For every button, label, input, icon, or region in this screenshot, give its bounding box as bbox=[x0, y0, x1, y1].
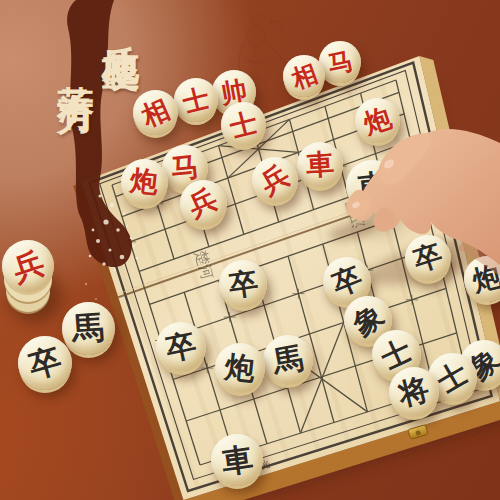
piece-character: 卒 bbox=[227, 268, 260, 301]
piece-character: 士 bbox=[180, 84, 212, 116]
piece-character: 将 bbox=[396, 374, 432, 410]
piece-character: 兵 bbox=[185, 185, 222, 222]
piece-character: 卒 bbox=[163, 329, 199, 365]
piece-black-将[interactable]: 将 bbox=[389, 367, 439, 417]
tagline-column-2: 落子有力 bbox=[51, 56, 101, 72]
piece-black-卒[interactable]: 卒 bbox=[18, 336, 72, 390]
piece-red-马[interactable]: 马 bbox=[319, 41, 361, 83]
piece-red-車[interactable]: 車 bbox=[297, 142, 343, 188]
piece-red-炮[interactable]: 炮 bbox=[355, 98, 400, 143]
piece-red-兵[interactable]: 兵 bbox=[180, 180, 227, 227]
piece-character: 炮 bbox=[129, 167, 160, 198]
piece-character: 马 bbox=[325, 47, 355, 77]
piece-black-卒[interactable]: 卒 bbox=[405, 235, 451, 281]
piece-black-馬[interactable]: 馬 bbox=[263, 335, 313, 385]
piece-character: 馬 bbox=[71, 311, 105, 345]
pieces-layer: 相士帅相马士炮马兵兵炮車車卒卒卒炮卒炮馬象士士将象車兵馬卒 bbox=[0, 0, 500, 500]
piece-black-炮[interactable]: 炮 bbox=[215, 343, 265, 393]
piece-red-炮[interactable]: 炮 bbox=[121, 159, 168, 206]
piece-character: 炮 bbox=[360, 103, 394, 137]
piece-character: 兵 bbox=[256, 161, 294, 199]
piece-character: 車 bbox=[219, 442, 254, 477]
product-photo-scene: 楚河汉界光 相士帅相马士炮马兵兵炮車車卒卒卒炮卒炮馬象士士将象車兵馬卒 bbox=[0, 0, 500, 500]
piece-black-車[interactable]: 車 bbox=[211, 434, 263, 486]
piece-character: 炮 bbox=[224, 352, 257, 385]
piece-character: 車 bbox=[355, 169, 389, 203]
piece-red-士[interactable]: 士 bbox=[174, 78, 218, 122]
piece-red-相[interactable]: 相 bbox=[133, 90, 178, 135]
piece-character: 相 bbox=[288, 60, 320, 92]
tagline-column-1: 质地坚硬 bbox=[96, 15, 146, 31]
piece-black-炮[interactable]: 炮 bbox=[464, 256, 500, 302]
piece-character: 士 bbox=[227, 108, 260, 141]
piece-character: 马 bbox=[170, 153, 201, 184]
piece-character: 車 bbox=[305, 150, 335, 180]
piece-character: 兵 bbox=[8, 246, 47, 285]
piece-character: 馬 bbox=[271, 343, 306, 378]
piece-black-卒[interactable]: 卒 bbox=[219, 260, 267, 308]
piece-character: 炮 bbox=[470, 262, 500, 296]
piece-red-士[interactable]: 士 bbox=[221, 102, 266, 147]
piece-black-卒[interactable]: 卒 bbox=[156, 322, 206, 372]
piece-character: 卒 bbox=[410, 240, 445, 275]
piece-black-馬[interactable]: 馬 bbox=[62, 302, 115, 355]
piece-character: 相 bbox=[137, 94, 173, 130]
piece-character: 卒 bbox=[25, 343, 65, 383]
piece-red-兵[interactable]: 兵 bbox=[2, 240, 54, 292]
piece-red-兵[interactable]: 兵 bbox=[252, 157, 298, 203]
piece-black-車-held[interactable]: 車 bbox=[346, 160, 398, 212]
piece-red-相[interactable]: 相 bbox=[283, 55, 325, 97]
piece-character: 卒 bbox=[328, 262, 366, 300]
